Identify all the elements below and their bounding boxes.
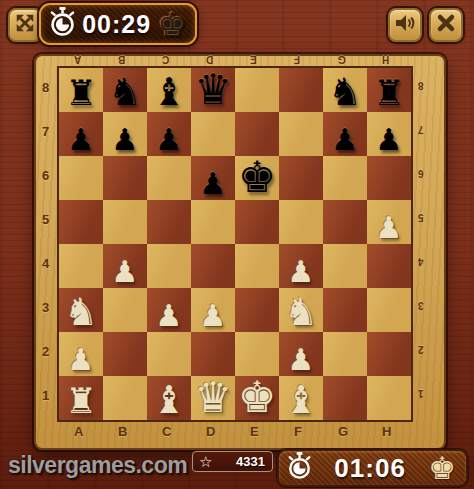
rank-label-left-1: 1 [42,388,49,403]
square-g5[interactable] [323,200,367,244]
square-a4[interactable] [59,244,103,288]
piece-white-B-c1[interactable]: ♝ [152,381,186,419]
square-h3[interactable] [367,288,411,332]
rank-label-left-4: 4 [42,256,49,271]
square-e6[interactable]: ♚ [235,156,279,200]
rank-label-left-2: 2 [42,344,49,359]
rank-label-right-8: 8 [418,80,424,91]
file-label-bottom-G: G [338,424,348,439]
square-h1[interactable] [367,376,411,420]
file-label-bottom-B: B [118,424,127,439]
piece-white-P-d3[interactable]: ♟ [200,301,227,331]
sound-button[interactable] [388,8,422,42]
score-badge: ☆ 4331 [192,451,273,472]
file-label-bottom-D: D [206,424,215,439]
piece-black-R-a8[interactable]: ♜ [65,76,96,111]
piece-white-R-a1[interactable]: ♜ [65,384,96,419]
piece-black-K-e6[interactable]: ♚ [238,156,277,199]
square-c3[interactable]: ♟ [147,288,191,332]
file-label-top-D: D [206,54,213,65]
rank-label-left-5: 5 [42,212,49,227]
piece-white-P-h5[interactable]: ♟ [376,213,403,243]
square-a1[interactable]: ♜ [59,376,103,420]
file-label-top-C: C [162,54,169,65]
file-label-top-B: B [118,54,125,65]
piece-black-N-b8[interactable]: ♞ [108,73,142,111]
piece-black-P-d6[interactable]: ♟ [200,169,227,199]
square-d1[interactable]: ♛ [191,376,235,420]
square-a3[interactable]: ♞ [59,288,103,332]
rank-label-left-6: 6 [42,168,49,183]
white-timer-value: 01:06 [312,453,428,484]
black-king-icon: ♚ [157,8,187,41]
square-f6[interactable] [279,156,323,200]
square-d2[interactable] [191,332,235,376]
square-a2[interactable]: ♟ [59,332,103,376]
piece-black-P-b7[interactable]: ♟ [112,125,139,155]
square-e2[interactable] [235,332,279,376]
square-f2[interactable]: ♟ [279,332,323,376]
square-c4[interactable] [147,244,191,288]
square-e8[interactable] [235,68,279,112]
board-grid: ♜♞♝♛♞♜♟♟♟♟♟♟♚♟♟♟♞♟♟♞♟♟♜♝♛♚♝ [57,66,413,422]
square-g8[interactable]: ♞ [323,68,367,112]
rank-label-right-3: 3 [418,300,424,311]
square-c1[interactable]: ♝ [147,376,191,420]
piece-black-Q-d8[interactable]: ♛ [194,69,232,111]
rank-label-right-7: 7 [418,124,424,135]
piece-black-P-c7[interactable]: ♟ [156,125,183,155]
white-king-icon: ♚ [428,453,456,484]
square-e5[interactable] [235,200,279,244]
fullscreen-icon [14,12,36,38]
piece-white-N-a3[interactable]: ♞ [64,293,98,331]
square-d3[interactable]: ♟ [191,288,235,332]
square-h6[interactable] [367,156,411,200]
piece-white-P-f4[interactable]: ♟ [288,257,315,287]
square-d5[interactable] [191,200,235,244]
square-d6[interactable]: ♟ [191,156,235,200]
square-b1[interactable] [103,376,147,420]
square-a5[interactable] [59,200,103,244]
square-g1[interactable] [323,376,367,420]
square-e1[interactable]: ♚ [235,376,279,420]
rank-label-left-8: 8 [42,80,49,95]
square-a6[interactable] [59,156,103,200]
square-h2[interactable] [367,332,411,376]
score-value: 4331 [236,454,265,469]
piece-white-K-e1[interactable]: ♚ [238,376,277,419]
square-a7[interactable]: ♟ [59,112,103,156]
fullscreen-button[interactable] [8,8,42,42]
file-label-bottom-H: H [382,424,391,439]
square-b6[interactable] [103,156,147,200]
black-timer-badge: 00:29 ♚ [39,3,197,45]
file-label-top-F: F [294,54,300,65]
file-label-bottom-E: E [250,424,259,439]
square-f5[interactable] [279,200,323,244]
file-label-bottom-F: F [294,424,302,439]
square-c8[interactable]: ♝ [147,68,191,112]
square-b4[interactable]: ♟ [103,244,147,288]
square-g2[interactable] [323,332,367,376]
square-f8[interactable] [279,68,323,112]
square-c2[interactable] [147,332,191,376]
piece-white-Q-d1[interactable]: ♛ [194,377,232,419]
site-branding: silvergames.com [8,452,187,479]
rank-label-right-5: 5 [418,212,424,223]
square-h7[interactable]: ♟ [367,112,411,156]
piece-white-P-a2[interactable]: ♟ [68,345,95,375]
square-c6[interactable] [147,156,191,200]
square-b3[interactable] [103,288,147,332]
square-e3[interactable] [235,288,279,332]
file-label-top-E: E [250,54,257,65]
square-c7[interactable]: ♟ [147,112,191,156]
square-g7[interactable]: ♟ [323,112,367,156]
speaker-icon [393,11,417,39]
square-d8[interactable]: ♛ [191,68,235,112]
white-timer-badge: 01:06 ♚ [277,449,468,487]
chess-board: ♜♞♝♛♞♜♟♟♟♟♟♟♚♟♟♟♞♟♟♞♟♟♜♝♛♚♝ 887766554433… [36,56,444,448]
stopwatch-icon [49,7,76,41]
square-b7[interactable]: ♟ [103,112,147,156]
rank-label-left-7: 7 [42,124,49,139]
square-f3[interactable]: ♞ [279,288,323,332]
square-d4[interactable] [191,244,235,288]
piece-black-N-g8[interactable]: ♞ [328,73,362,111]
piece-white-P-f2[interactable]: ♟ [288,345,315,375]
black-timer-value: 00:29 [76,10,157,39]
square-f4[interactable]: ♟ [279,244,323,288]
square-b2[interactable] [103,332,147,376]
square-g4[interactable] [323,244,367,288]
square-e7[interactable] [235,112,279,156]
close-button[interactable] [429,8,463,42]
chess-app: 00:29 ♚ ♜♞♝♛♞♜♟♟♟♟♟♟♚♟♟♟♞♟♟♞♟♟♜♝♛♚♝ 8877… [0,0,474,489]
close-icon [435,12,457,38]
rank-label-left-3: 3 [42,300,49,315]
piece-black-P-g7[interactable]: ♟ [332,125,359,155]
square-g3[interactable] [323,288,367,332]
piece-black-P-h7[interactable]: ♟ [376,125,403,155]
square-a8[interactable]: ♜ [59,68,103,112]
square-h5[interactable]: ♟ [367,200,411,244]
piece-white-P-b4[interactable]: ♟ [112,257,139,287]
file-label-top-G: G [338,54,346,65]
star-icon: ☆ [199,454,212,469]
square-g6[interactable] [323,156,367,200]
square-b5[interactable] [103,200,147,244]
piece-black-B-c8[interactable]: ♝ [152,73,186,111]
rank-label-right-6: 6 [418,168,424,179]
square-f1[interactable]: ♝ [279,376,323,420]
file-label-top-A: A [74,54,81,65]
file-label-bottom-A: A [74,424,83,439]
file-label-top-H: H [382,54,389,65]
piece-black-R-h8[interactable]: ♜ [373,76,404,111]
square-f7[interactable] [279,112,323,156]
stopwatch-icon [287,452,312,484]
rank-label-right-4: 4 [418,256,424,267]
piece-white-N-f3[interactable]: ♞ [284,293,318,331]
piece-black-P-a7[interactable]: ♟ [68,125,95,155]
piece-white-B-f1[interactable]: ♝ [284,381,318,419]
square-b8[interactable]: ♞ [103,68,147,112]
square-e4[interactable] [235,244,279,288]
rank-label-right-1: 1 [418,388,424,399]
rank-label-right-2: 2 [418,344,424,355]
square-h8[interactable]: ♜ [367,68,411,112]
square-d7[interactable] [191,112,235,156]
square-c5[interactable] [147,200,191,244]
piece-white-P-c3[interactable]: ♟ [156,301,183,331]
file-label-bottom-C: C [162,424,171,439]
square-h4[interactable] [367,244,411,288]
